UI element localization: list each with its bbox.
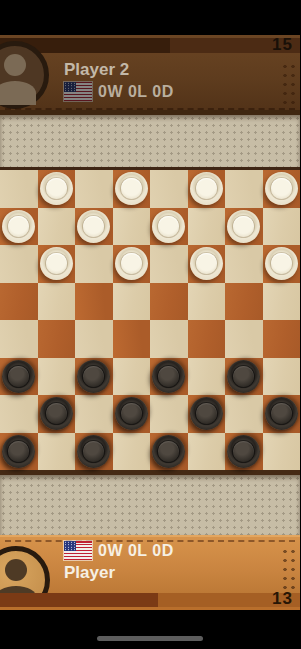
wallpaper-bottom (0, 475, 300, 535)
white-piece[interactable] (2, 210, 35, 243)
square-r6c7[interactable] (225, 358, 263, 396)
square-r2c1[interactable] (0, 208, 38, 246)
player-name: Player (64, 563, 115, 583)
square-r4c7[interactable] (225, 283, 263, 321)
square-r7c7[interactable] (225, 395, 263, 433)
opponent-timer-value: 15 (272, 35, 293, 55)
black-piece[interactable] (227, 435, 260, 468)
black-piece[interactable] (152, 435, 185, 468)
square-r4c4[interactable] (113, 283, 151, 321)
stitch-dots (281, 62, 297, 108)
white-piece[interactable] (265, 172, 298, 205)
square-r3c5[interactable] (150, 245, 188, 283)
square-r8c8[interactable] (263, 433, 301, 471)
opponent-bar: 15 Player 2 0W 0L 0D (0, 35, 300, 117)
square-r4c3[interactable] (75, 283, 113, 321)
opponent-record-row: 0W 0L 0D (64, 82, 174, 101)
black-piece[interactable] (152, 360, 185, 393)
square-r6c1[interactable] (0, 358, 38, 396)
square-r8c4[interactable] (113, 433, 151, 471)
home-zone (0, 610, 300, 649)
white-piece[interactable] (190, 247, 223, 280)
square-r7c8[interactable] (263, 395, 301, 433)
white-piece[interactable] (227, 210, 260, 243)
square-r8c5[interactable] (150, 433, 188, 471)
black-piece[interactable] (115, 397, 148, 430)
us-flag-icon (64, 541, 92, 560)
player-timer-strip: 13 (0, 593, 300, 607)
square-r6c2[interactable] (38, 358, 76, 396)
wallpaper-top (0, 115, 300, 167)
white-piece[interactable] (115, 247, 148, 280)
player-bar: 0W 0L 0D Player 13 (0, 535, 300, 612)
square-r3c1[interactable] (0, 245, 38, 283)
square-r1c5[interactable] (150, 170, 188, 208)
player-record-row: 0W 0L 0D (64, 541, 174, 560)
square-r5c5[interactable] (150, 320, 188, 358)
black-piece[interactable] (2, 435, 35, 468)
opponent-timer-strip: 15 (0, 38, 300, 53)
square-r1c6[interactable] (188, 170, 226, 208)
square-r5c6[interactable] (188, 320, 226, 358)
square-r2c3[interactable] (75, 208, 113, 246)
us-flag-icon (64, 82, 92, 101)
square-r7c5[interactable] (150, 395, 188, 433)
square-r4c5[interactable] (150, 283, 188, 321)
white-piece[interactable] (152, 210, 185, 243)
square-r8c7[interactable] (225, 433, 263, 471)
avatar-shoulders-icon (0, 81, 36, 105)
square-r2c4[interactable] (113, 208, 151, 246)
opponent-record: 0W 0L 0D (98, 83, 174, 101)
white-piece[interactable] (115, 172, 148, 205)
black-piece[interactable] (77, 360, 110, 393)
screen: 15 Player 2 0W 0L 0D 0W 0L 0D Player (0, 0, 300, 649)
square-r5c2[interactable] (38, 320, 76, 358)
square-r2c2[interactable] (38, 208, 76, 246)
square-r1c4[interactable] (113, 170, 151, 208)
player-record: 0W 0L 0D (98, 542, 174, 560)
square-r5c8[interactable] (263, 320, 301, 358)
square-r6c5[interactable] (150, 358, 188, 396)
black-piece[interactable] (265, 397, 298, 430)
square-r7c6[interactable] (188, 395, 226, 433)
square-r2c7[interactable] (225, 208, 263, 246)
square-r2c5[interactable] (150, 208, 188, 246)
square-r8c1[interactable] (0, 433, 38, 471)
opponent-name: Player 2 (64, 60, 129, 80)
square-r6c8[interactable] (263, 358, 301, 396)
square-r1c2[interactable] (38, 170, 76, 208)
avatar-head-icon (5, 559, 27, 581)
square-r1c8[interactable] (263, 170, 301, 208)
square-r1c1[interactable] (0, 170, 38, 208)
square-r6c3[interactable] (75, 358, 113, 396)
square-r5c1[interactable] (0, 320, 38, 358)
square-r1c7[interactable] (225, 170, 263, 208)
player-timer-fill (0, 593, 158, 607)
square-r4c2[interactable] (38, 283, 76, 321)
square-r8c3[interactable] (75, 433, 113, 471)
home-indicator[interactable] (97, 636, 203, 641)
square-r4c6[interactable] (188, 283, 226, 321)
square-r2c8[interactable] (263, 208, 301, 246)
white-piece[interactable] (190, 172, 223, 205)
square-r7c4[interactable] (113, 395, 151, 433)
square-r3c2[interactable] (38, 245, 76, 283)
board[interactable] (0, 167, 300, 475)
square-r4c1[interactable] (0, 283, 38, 321)
square-r7c3[interactable] (75, 395, 113, 433)
white-piece[interactable] (77, 210, 110, 243)
square-r6c6[interactable] (188, 358, 226, 396)
black-piece[interactable] (227, 360, 260, 393)
black-piece[interactable] (77, 435, 110, 468)
square-r1c3[interactable] (75, 170, 113, 208)
square-r3c3[interactable] (75, 245, 113, 283)
square-r3c8[interactable] (263, 245, 301, 283)
square-r3c7[interactable] (225, 245, 263, 283)
white-piece[interactable] (265, 247, 298, 280)
square-r3c4[interactable] (113, 245, 151, 283)
status-bar (0, 0, 300, 35)
square-r5c7[interactable] (225, 320, 263, 358)
square-r8c2[interactable] (38, 433, 76, 471)
square-r5c3[interactable] (75, 320, 113, 358)
square-r6c4[interactable] (113, 358, 151, 396)
white-piece[interactable] (40, 247, 73, 280)
avatar-head-icon (4, 54, 26, 76)
square-r2c6[interactable] (188, 208, 226, 246)
square-r4c8[interactable] (263, 283, 301, 321)
square-r3c6[interactable] (188, 245, 226, 283)
black-piece[interactable] (2, 360, 35, 393)
stitch-dots (281, 547, 297, 593)
black-piece[interactable] (40, 397, 73, 430)
square-r8c6[interactable] (188, 433, 226, 471)
white-piece[interactable] (40, 172, 73, 205)
square-r7c2[interactable] (38, 395, 76, 433)
square-r7c1[interactable] (0, 395, 38, 433)
square-r5c4[interactable] (113, 320, 151, 358)
black-piece[interactable] (190, 397, 223, 430)
